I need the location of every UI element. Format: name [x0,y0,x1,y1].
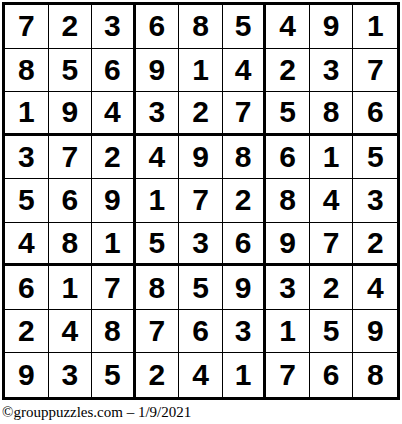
cell-r6c4[interactable]: 5 [136,223,180,267]
cell-r5c5[interactable]: 7 [179,179,223,223]
cell-r4c7[interactable]: 6 [266,136,310,180]
cell-r8c9[interactable]: 9 [353,310,397,354]
cell-r2c7[interactable]: 2 [266,49,310,93]
cell-r3c5[interactable]: 2 [179,92,223,136]
sudoku-page: 7236854918569142371943275863724986155691… [0,0,402,424]
cell-r6c7[interactable]: 9 [266,223,310,267]
cell-r7c1[interactable]: 6 [5,266,49,310]
cell-r9c6[interactable]: 1 [223,353,267,397]
cell-r9c8[interactable]: 6 [310,353,354,397]
cell-r1c1[interactable]: 7 [5,5,49,49]
cell-r5c2[interactable]: 6 [49,179,93,223]
cell-r8c1[interactable]: 2 [5,310,49,354]
cell-r9c2[interactable]: 3 [49,353,93,397]
cell-r9c1[interactable]: 9 [5,353,49,397]
cell-r1c4[interactable]: 6 [136,5,180,49]
cell-r7c7[interactable]: 3 [266,266,310,310]
cell-r4c8[interactable]: 1 [310,136,354,180]
cell-r3c4[interactable]: 3 [136,92,180,136]
cell-r8c8[interactable]: 5 [310,310,354,354]
cell-r4c5[interactable]: 9 [179,136,223,180]
cell-r7c3[interactable]: 7 [92,266,136,310]
cell-r3c1[interactable]: 1 [5,92,49,136]
cell-r6c3[interactable]: 1 [92,223,136,267]
cell-r3c3[interactable]: 4 [92,92,136,136]
cell-r2c9[interactable]: 7 [353,49,397,93]
copyright-credit: ©grouppuzzles.com – 1/9/2021 [2,404,191,421]
cell-r3c2[interactable]: 9 [49,92,93,136]
cell-r5c9[interactable]: 3 [353,179,397,223]
cell-r5c7[interactable]: 8 [266,179,310,223]
cell-r1c5[interactable]: 8 [179,5,223,49]
cell-r1c3[interactable]: 3 [92,5,136,49]
cell-r8c5[interactable]: 6 [179,310,223,354]
cell-r7c5[interactable]: 5 [179,266,223,310]
cell-r4c1[interactable]: 3 [5,136,49,180]
cell-r6c8[interactable]: 7 [310,223,354,267]
cell-r7c4[interactable]: 8 [136,266,180,310]
cell-r5c3[interactable]: 9 [92,179,136,223]
cell-r1c9[interactable]: 1 [353,5,397,49]
cell-r3c7[interactable]: 5 [266,92,310,136]
cell-r2c1[interactable]: 8 [5,49,49,93]
cell-r2c3[interactable]: 6 [92,49,136,93]
cell-r4c9[interactable]: 5 [353,136,397,180]
cell-r9c9[interactable]: 8 [353,353,397,397]
sudoku-board: 7236854918569142371943275863724986155691… [2,2,400,400]
cell-r8c3[interactable]: 8 [92,310,136,354]
cell-r4c2[interactable]: 7 [49,136,93,180]
cell-r3c9[interactable]: 6 [353,92,397,136]
cell-r7c9[interactable]: 4 [353,266,397,310]
cell-r2c2[interactable]: 5 [49,49,93,93]
cell-r8c2[interactable]: 4 [49,310,93,354]
cell-r3c6[interactable]: 7 [223,92,267,136]
cell-r5c8[interactable]: 4 [310,179,354,223]
cell-r3c8[interactable]: 8 [310,92,354,136]
cell-r9c7[interactable]: 7 [266,353,310,397]
cell-r6c5[interactable]: 3 [179,223,223,267]
cell-r4c3[interactable]: 2 [92,136,136,180]
cell-r1c7[interactable]: 4 [266,5,310,49]
cell-r9c3[interactable]: 5 [92,353,136,397]
cell-r5c4[interactable]: 1 [136,179,180,223]
cell-r9c4[interactable]: 2 [136,353,180,397]
cell-r1c2[interactable]: 2 [49,5,93,49]
cell-r2c4[interactable]: 9 [136,49,180,93]
cell-r7c8[interactable]: 2 [310,266,354,310]
cell-r5c6[interactable]: 2 [223,179,267,223]
cell-r2c6[interactable]: 4 [223,49,267,93]
cell-r1c8[interactable]: 9 [310,5,354,49]
cell-r7c2[interactable]: 1 [49,266,93,310]
cell-r7c6[interactable]: 9 [223,266,267,310]
cell-r1c6[interactable]: 5 [223,5,267,49]
cell-r9c5[interactable]: 4 [179,353,223,397]
cell-r2c5[interactable]: 1 [179,49,223,93]
cell-r8c6[interactable]: 3 [223,310,267,354]
cell-r4c6[interactable]: 8 [223,136,267,180]
cell-r8c4[interactable]: 7 [136,310,180,354]
cell-r6c6[interactable]: 6 [223,223,267,267]
cell-r4c4[interactable]: 4 [136,136,180,180]
cell-r6c2[interactable]: 8 [49,223,93,267]
cell-r6c1[interactable]: 4 [5,223,49,267]
cell-r6c9[interactable]: 2 [353,223,397,267]
cell-r8c7[interactable]: 1 [266,310,310,354]
cell-r2c8[interactable]: 3 [310,49,354,93]
cell-r5c1[interactable]: 5 [5,179,49,223]
